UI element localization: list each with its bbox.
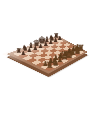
chess-piece-p-black: ♟ [27,48,32,54]
product-photo-chess-set: ♜♞♝♛♚♝♞♜♟♟♟♟♟♟♟♟♟♟♟♟♟♟♟♟♜♞♝♛♚♝♞♜ [0,0,95,126]
chess-piece-p-black: ♟ [57,36,62,42]
chess-piece-r-white: ♜ [77,44,85,53]
chess-piece-p-black: ♟ [33,46,38,52]
chess-pieces-layer: ♜♞♝♛♚♝♞♜♟♟♟♟♟♟♟♟♟♟♟♟♟♟♟♟♜♞♝♛♚♝♞♜ [0,0,95,126]
chess-piece-p-black: ♟ [21,51,26,57]
